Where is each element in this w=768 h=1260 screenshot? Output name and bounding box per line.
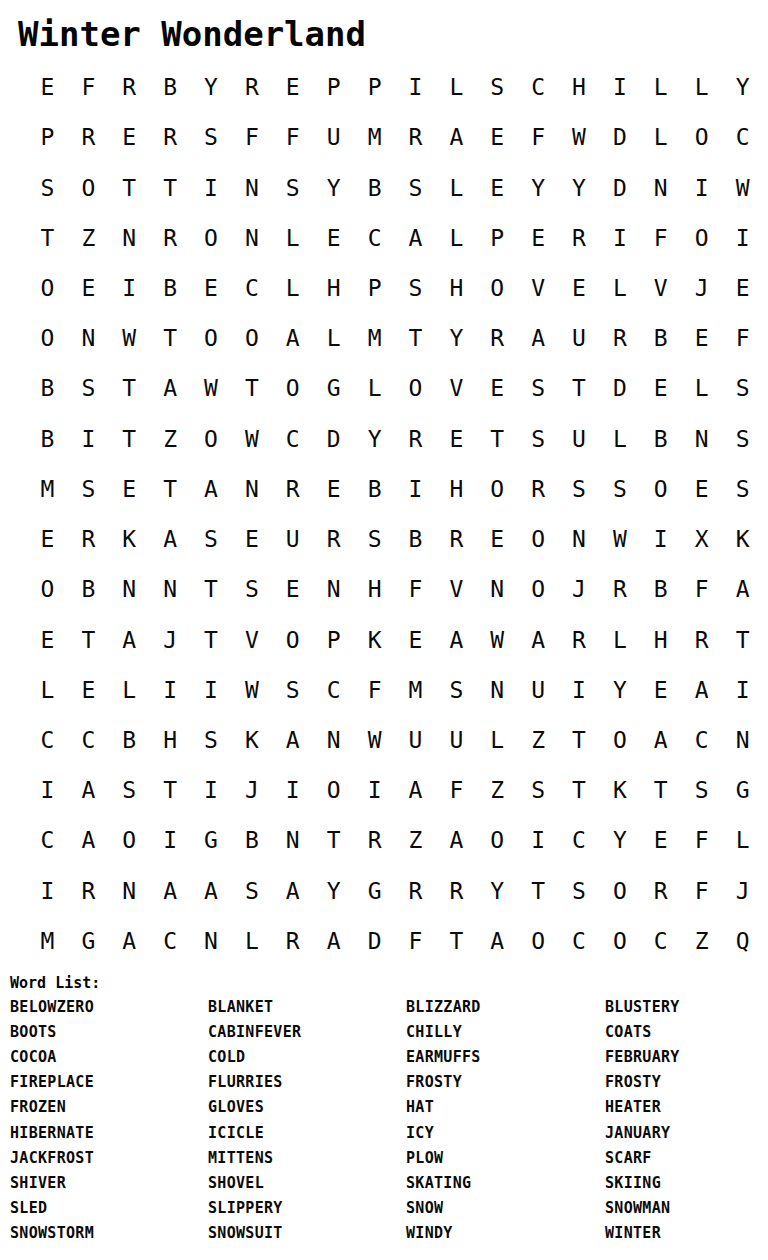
grid-cell[interactable]: L xyxy=(231,916,272,966)
grid-cell[interactable]: E xyxy=(477,363,518,413)
grid-cell[interactable]: M xyxy=(27,464,68,514)
grid-cell[interactable]: N xyxy=(150,564,191,614)
grid-cell[interactable]: T xyxy=(150,765,191,815)
grid-cell[interactable]: U xyxy=(559,414,600,464)
grid-cell[interactable]: T xyxy=(436,916,477,966)
grid-cell[interactable]: I xyxy=(722,665,763,715)
grid-cell[interactable]: C xyxy=(27,715,68,765)
grid-cell[interactable]: T xyxy=(191,564,232,614)
grid-cell[interactable]: Y xyxy=(599,815,640,865)
grid-cell[interactable]: I xyxy=(681,162,722,212)
grid-cell[interactable]: H xyxy=(640,614,681,664)
grid-cell[interactable]: O xyxy=(68,162,109,212)
grid-cell[interactable]: F xyxy=(272,112,313,162)
grid-cell[interactable]: C xyxy=(559,916,600,966)
grid-cell[interactable]: T xyxy=(722,614,763,664)
grid-cell[interactable]: N xyxy=(640,162,681,212)
grid-cell[interactable]: O xyxy=(477,464,518,514)
grid-cell[interactable]: I xyxy=(27,866,68,916)
grid-cell[interactable]: B xyxy=(27,414,68,464)
grid-cell[interactable]: A xyxy=(191,464,232,514)
grid-cell[interactable]: F xyxy=(681,564,722,614)
grid-cell[interactable]: I xyxy=(599,213,640,263)
grid-cell[interactable]: D xyxy=(599,363,640,413)
grid-cell[interactable]: A xyxy=(272,715,313,765)
grid-cell[interactable]: R xyxy=(313,514,354,564)
grid-cell[interactable]: G xyxy=(191,815,232,865)
grid-cell[interactable]: N xyxy=(272,815,313,865)
grid-cell[interactable]: B xyxy=(640,564,681,614)
grid-cell[interactable]: N xyxy=(231,213,272,263)
grid-cell[interactable]: N xyxy=(681,414,722,464)
grid-cell[interactable]: L xyxy=(477,715,518,765)
grid-cell[interactable]: K xyxy=(231,715,272,765)
grid-cell[interactable]: A xyxy=(150,514,191,564)
grid-cell[interactable]: F xyxy=(231,112,272,162)
grid-cell[interactable]: T xyxy=(231,363,272,413)
grid-cell[interactable]: A xyxy=(150,866,191,916)
grid-cell[interactable]: I xyxy=(722,213,763,263)
grid-cell[interactable]: A xyxy=(395,213,436,263)
grid-cell[interactable]: S xyxy=(559,866,600,916)
grid-cell[interactable]: T xyxy=(109,414,150,464)
grid-cell[interactable]: N xyxy=(231,162,272,212)
grid-cell[interactable]: P xyxy=(477,213,518,263)
grid-cell[interactable]: E xyxy=(477,112,518,162)
grid-cell[interactable]: E xyxy=(477,162,518,212)
grid-cell[interactable]: L xyxy=(722,815,763,865)
grid-cell[interactable]: F xyxy=(640,213,681,263)
grid-cell[interactable]: K xyxy=(109,514,150,564)
grid-cell[interactable]: E xyxy=(477,514,518,564)
grid-cell[interactable]: N xyxy=(231,464,272,514)
grid-cell[interactable]: R xyxy=(150,112,191,162)
grid-cell[interactable]: S xyxy=(518,414,559,464)
grid-cell[interactable]: H xyxy=(436,263,477,313)
grid-cell[interactable]: U xyxy=(559,313,600,363)
grid-cell[interactable]: N xyxy=(109,866,150,916)
grid-cell[interactable]: Y xyxy=(477,866,518,916)
grid-cell[interactable]: J xyxy=(150,614,191,664)
grid-cell[interactable]: F xyxy=(395,916,436,966)
grid-cell[interactable]: F xyxy=(681,866,722,916)
grid-cell[interactable]: Z xyxy=(518,715,559,765)
grid-cell[interactable]: I xyxy=(68,414,109,464)
grid-cell[interactable]: Y xyxy=(436,313,477,363)
grid-cell[interactable]: U xyxy=(272,514,313,564)
grid-cell[interactable]: R xyxy=(518,464,559,514)
grid-cell[interactable]: L xyxy=(599,263,640,313)
grid-cell[interactable]: F xyxy=(518,112,559,162)
grid-cell[interactable]: L xyxy=(272,263,313,313)
grid-cell[interactable]: O xyxy=(191,414,232,464)
grid-cell[interactable]: E xyxy=(27,62,68,112)
grid-cell[interactable]: E xyxy=(395,614,436,664)
grid-cell[interactable]: A xyxy=(109,916,150,966)
grid-cell[interactable]: O xyxy=(518,514,559,564)
grid-cell[interactable]: S xyxy=(722,363,763,413)
grid-cell[interactable]: S xyxy=(395,162,436,212)
grid-cell[interactable]: L xyxy=(436,62,477,112)
grid-cell[interactable]: N xyxy=(559,514,600,564)
grid-cell[interactable]: D xyxy=(599,162,640,212)
grid-cell[interactable]: O xyxy=(191,313,232,363)
grid-cell[interactable]: R xyxy=(681,614,722,664)
grid-cell[interactable]: E xyxy=(640,665,681,715)
grid-cell[interactable]: A xyxy=(68,815,109,865)
grid-cell[interactable]: W xyxy=(191,363,232,413)
grid-cell[interactable]: A xyxy=(68,765,109,815)
grid-cell[interactable]: T xyxy=(559,765,600,815)
grid-cell[interactable]: B xyxy=(395,514,436,564)
grid-cell[interactable]: N xyxy=(477,665,518,715)
grid-cell[interactable]: T xyxy=(640,765,681,815)
grid-cell[interactable]: O xyxy=(599,916,640,966)
grid-cell[interactable]: W xyxy=(722,162,763,212)
grid-cell[interactable]: Y xyxy=(559,162,600,212)
grid-cell[interactable]: J xyxy=(722,866,763,916)
grid-cell[interactable]: B xyxy=(640,414,681,464)
grid-cell[interactable]: E xyxy=(231,514,272,564)
grid-cell[interactable]: C xyxy=(272,414,313,464)
grid-cell[interactable]: C xyxy=(231,263,272,313)
grid-cell[interactable]: H xyxy=(436,464,477,514)
grid-cell[interactable]: O xyxy=(272,363,313,413)
grid-cell[interactable]: L xyxy=(640,112,681,162)
grid-cell[interactable]: B xyxy=(150,263,191,313)
grid-cell[interactable]: M xyxy=(354,112,395,162)
grid-cell[interactable]: T xyxy=(27,213,68,263)
grid-cell[interactable]: W xyxy=(599,514,640,564)
grid-cell[interactable]: O xyxy=(27,263,68,313)
grid-cell[interactable]: Z xyxy=(681,916,722,966)
grid-cell[interactable]: L xyxy=(436,162,477,212)
grid-cell[interactable]: I xyxy=(191,665,232,715)
grid-cell[interactable]: C xyxy=(27,815,68,865)
grid-cell[interactable]: S xyxy=(272,162,313,212)
grid-cell[interactable]: O xyxy=(518,916,559,966)
grid-cell[interactable]: A xyxy=(436,112,477,162)
grid-cell[interactable]: F xyxy=(354,665,395,715)
grid-cell[interactable]: Z xyxy=(150,414,191,464)
grid-cell[interactable]: A xyxy=(272,313,313,363)
grid-cell[interactable]: R xyxy=(109,62,150,112)
grid-cell[interactable]: S xyxy=(231,564,272,614)
grid-cell[interactable]: L xyxy=(272,213,313,263)
grid-cell[interactable]: W xyxy=(354,715,395,765)
grid-cell[interactable]: S xyxy=(559,464,600,514)
grid-cell[interactable]: L xyxy=(681,62,722,112)
grid-cell[interactable]: E xyxy=(640,363,681,413)
grid-cell[interactable]: K xyxy=(599,765,640,815)
grid-cell[interactable]: R xyxy=(68,866,109,916)
grid-cell[interactable]: T xyxy=(518,866,559,916)
grid-cell[interactable]: S xyxy=(436,665,477,715)
grid-cell[interactable]: E xyxy=(68,263,109,313)
grid-cell[interactable]: E xyxy=(27,614,68,664)
grid-cell[interactable]: B xyxy=(68,564,109,614)
grid-cell[interactable]: L xyxy=(354,363,395,413)
grid-cell[interactable]: I xyxy=(272,765,313,815)
grid-cell[interactable]: G xyxy=(722,765,763,815)
grid-cell[interactable]: A xyxy=(436,815,477,865)
grid-cell[interactable]: F xyxy=(68,62,109,112)
grid-cell[interactable]: R xyxy=(231,62,272,112)
grid-cell[interactable]: R xyxy=(559,614,600,664)
grid-cell[interactable]: N xyxy=(313,564,354,614)
grid-cell[interactable]: S xyxy=(722,464,763,514)
grid-cell[interactable]: V xyxy=(436,363,477,413)
grid-cell[interactable]: T xyxy=(150,464,191,514)
grid-cell[interactable]: U xyxy=(313,112,354,162)
grid-cell[interactable]: E xyxy=(109,112,150,162)
grid-cell[interactable]: E xyxy=(640,815,681,865)
grid-cell[interactable]: U xyxy=(518,665,559,715)
grid-cell[interactable]: O xyxy=(313,765,354,815)
grid-cell[interactable]: Y xyxy=(599,665,640,715)
grid-cell[interactable]: O xyxy=(272,614,313,664)
grid-cell[interactable]: S xyxy=(681,765,722,815)
grid-cell[interactable]: P xyxy=(313,62,354,112)
grid-cell[interactable]: Z xyxy=(395,815,436,865)
grid-cell[interactable]: B xyxy=(354,464,395,514)
grid-cell[interactable]: E xyxy=(722,263,763,313)
grid-cell[interactable]: O xyxy=(477,263,518,313)
grid-cell[interactable]: L xyxy=(313,313,354,363)
grid-cell[interactable]: O xyxy=(27,313,68,363)
grid-cell[interactable]: K xyxy=(722,514,763,564)
grid-cell[interactable]: R xyxy=(599,313,640,363)
grid-cell[interactable]: R xyxy=(395,866,436,916)
grid-cell[interactable]: O xyxy=(681,213,722,263)
grid-cell[interactable]: D xyxy=(354,916,395,966)
grid-cell[interactable]: T xyxy=(313,815,354,865)
grid-cell[interactable]: Y xyxy=(191,62,232,112)
grid-cell[interactable]: T xyxy=(68,614,109,664)
grid-cell[interactable]: R xyxy=(354,815,395,865)
grid-cell[interactable]: L xyxy=(599,414,640,464)
grid-cell[interactable]: A xyxy=(681,665,722,715)
grid-cell[interactable]: F xyxy=(395,564,436,614)
grid-cell[interactable]: R xyxy=(395,112,436,162)
grid-cell[interactable]: H xyxy=(354,564,395,614)
grid-cell[interactable]: I xyxy=(395,464,436,514)
grid-cell[interactable]: Y xyxy=(313,866,354,916)
grid-cell[interactable]: A xyxy=(518,313,559,363)
grid-cell[interactable]: C xyxy=(681,715,722,765)
grid-cell[interactable]: C xyxy=(518,62,559,112)
grid-cell[interactable]: S xyxy=(191,715,232,765)
grid-cell[interactable]: R xyxy=(272,464,313,514)
grid-cell[interactable]: S xyxy=(191,514,232,564)
grid-cell[interactable]: S xyxy=(27,162,68,212)
grid-cell[interactable]: H xyxy=(150,715,191,765)
grid-cell[interactable]: T xyxy=(559,715,600,765)
grid-cell[interactable]: C xyxy=(559,815,600,865)
grid-cell[interactable]: M xyxy=(354,313,395,363)
grid-cell[interactable]: M xyxy=(27,916,68,966)
grid-cell[interactable]: E xyxy=(109,464,150,514)
grid-cell[interactable]: T xyxy=(395,313,436,363)
grid-cell[interactable]: S xyxy=(191,112,232,162)
grid-cell[interactable]: T xyxy=(109,162,150,212)
grid-cell[interactable]: S xyxy=(477,62,518,112)
grid-cell[interactable]: N xyxy=(477,564,518,614)
grid-cell[interactable]: M xyxy=(395,665,436,715)
grid-cell[interactable]: R xyxy=(599,564,640,614)
grid-cell[interactable]: L xyxy=(27,665,68,715)
grid-cell[interactable]: N xyxy=(109,213,150,263)
grid-cell[interactable]: L xyxy=(109,665,150,715)
grid-cell[interactable]: W xyxy=(109,313,150,363)
grid-cell[interactable]: S xyxy=(272,665,313,715)
grid-cell[interactable]: R xyxy=(68,112,109,162)
grid-cell[interactable]: S xyxy=(722,414,763,464)
grid-cell[interactable]: L xyxy=(640,62,681,112)
grid-cell[interactable]: E xyxy=(27,514,68,564)
grid-cell[interactable]: S xyxy=(518,363,559,413)
grid-cell[interactable]: I xyxy=(640,514,681,564)
grid-cell[interactable]: V xyxy=(231,614,272,664)
grid-cell[interactable]: O xyxy=(599,715,640,765)
grid-cell[interactable]: T xyxy=(150,162,191,212)
grid-cell[interactable]: X xyxy=(681,514,722,564)
grid-cell[interactable]: E xyxy=(191,263,232,313)
grid-cell[interactable]: I xyxy=(518,815,559,865)
grid-cell[interactable]: Q xyxy=(722,916,763,966)
grid-cell[interactable]: E xyxy=(68,665,109,715)
grid-cell[interactable]: I xyxy=(354,765,395,815)
grid-cell[interactable]: N xyxy=(191,916,232,966)
grid-cell[interactable]: G xyxy=(313,363,354,413)
grid-cell[interactable]: A xyxy=(272,866,313,916)
grid-cell[interactable]: V xyxy=(436,564,477,614)
grid-cell[interactable]: C xyxy=(640,916,681,966)
grid-cell[interactable]: R xyxy=(150,213,191,263)
grid-cell[interactable]: O xyxy=(518,564,559,614)
grid-cell[interactable]: B xyxy=(109,715,150,765)
grid-cell[interactable]: R xyxy=(68,514,109,564)
grid-cell[interactable]: O xyxy=(477,815,518,865)
grid-cell[interactable]: N xyxy=(109,564,150,614)
grid-cell[interactable]: A xyxy=(436,614,477,664)
grid-cell[interactable]: P xyxy=(313,614,354,664)
grid-cell[interactable]: E xyxy=(272,62,313,112)
grid-cell[interactable]: A xyxy=(313,916,354,966)
grid-cell[interactable]: A xyxy=(191,866,232,916)
grid-cell[interactable]: A xyxy=(150,363,191,413)
grid-cell[interactable]: W xyxy=(559,112,600,162)
grid-cell[interactable]: I xyxy=(559,665,600,715)
grid-cell[interactable]: K xyxy=(354,614,395,664)
grid-cell[interactable]: V xyxy=(640,263,681,313)
grid-cell[interactable]: F xyxy=(436,765,477,815)
grid-cell[interactable]: I xyxy=(150,665,191,715)
grid-cell[interactable]: G xyxy=(354,866,395,916)
grid-cell[interactable]: N xyxy=(722,715,763,765)
grid-cell[interactable]: J xyxy=(231,765,272,815)
grid-cell[interactable]: L xyxy=(599,614,640,664)
grid-cell[interactable]: E xyxy=(436,414,477,464)
grid-cell[interactable]: O xyxy=(640,464,681,514)
grid-cell[interactable]: B xyxy=(231,815,272,865)
grid-cell[interactable]: P xyxy=(354,62,395,112)
grid-cell[interactable]: T xyxy=(191,614,232,664)
grid-cell[interactable]: E xyxy=(313,213,354,263)
grid-cell[interactable]: Z xyxy=(477,765,518,815)
grid-cell[interactable]: S xyxy=(68,464,109,514)
grid-cell[interactable]: C xyxy=(313,665,354,715)
grid-cell[interactable]: J xyxy=(681,263,722,313)
grid-cell[interactable]: G xyxy=(68,916,109,966)
grid-cell[interactable]: C xyxy=(150,916,191,966)
grid-cell[interactable]: I xyxy=(395,62,436,112)
grid-cell[interactable]: N xyxy=(68,313,109,363)
grid-cell[interactable]: B xyxy=(354,162,395,212)
grid-cell[interactable]: R xyxy=(559,213,600,263)
grid-cell[interactable]: B xyxy=(150,62,191,112)
grid-cell[interactable]: I xyxy=(27,765,68,815)
grid-cell[interactable]: R xyxy=(395,414,436,464)
grid-cell[interactable]: H xyxy=(313,263,354,313)
grid-cell[interactable]: B xyxy=(27,363,68,413)
grid-cell[interactable]: N xyxy=(313,715,354,765)
grid-cell[interactable]: I xyxy=(109,263,150,313)
grid-cell[interactable]: O xyxy=(681,112,722,162)
grid-cell[interactable]: L xyxy=(681,363,722,413)
grid-cell[interactable]: C xyxy=(354,213,395,263)
grid-cell[interactable]: S xyxy=(599,464,640,514)
grid-cell[interactable]: P xyxy=(354,263,395,313)
grid-cell[interactable]: E xyxy=(681,313,722,363)
grid-cell[interactable]: O xyxy=(109,815,150,865)
grid-cell[interactable]: I xyxy=(191,162,232,212)
grid-cell[interactable]: Z xyxy=(68,213,109,263)
grid-cell[interactable]: R xyxy=(477,313,518,363)
grid-cell[interactable]: O xyxy=(231,313,272,363)
grid-cell[interactable]: S xyxy=(518,765,559,815)
grid-cell[interactable]: C xyxy=(68,715,109,765)
grid-cell[interactable]: A xyxy=(640,715,681,765)
grid-cell[interactable]: P xyxy=(27,112,68,162)
grid-cell[interactable]: T xyxy=(109,363,150,413)
grid-cell[interactable]: D xyxy=(599,112,640,162)
grid-cell[interactable]: Y xyxy=(722,62,763,112)
grid-cell[interactable]: S xyxy=(354,514,395,564)
grid-cell[interactable]: S xyxy=(68,363,109,413)
grid-cell[interactable]: O xyxy=(27,564,68,614)
grid-cell[interactable]: F xyxy=(722,313,763,363)
grid-cell[interactable]: L xyxy=(436,213,477,263)
grid-cell[interactable]: A xyxy=(395,765,436,815)
grid-cell[interactable]: A xyxy=(109,614,150,664)
grid-cell[interactable]: O xyxy=(599,866,640,916)
grid-cell[interactable]: U xyxy=(436,715,477,765)
grid-cell[interactable]: S xyxy=(109,765,150,815)
grid-cell[interactable]: W xyxy=(477,614,518,664)
grid-cell[interactable]: R xyxy=(640,866,681,916)
grid-cell[interactable]: E xyxy=(313,464,354,514)
grid-cell[interactable]: E xyxy=(559,263,600,313)
grid-cell[interactable]: I xyxy=(599,62,640,112)
grid-cell[interactable]: O xyxy=(395,363,436,413)
grid-cell[interactable]: D xyxy=(313,414,354,464)
grid-cell[interactable]: I xyxy=(150,815,191,865)
grid-cell[interactable]: R xyxy=(436,514,477,564)
grid-cell[interactable]: W xyxy=(231,665,272,715)
grid-cell[interactable]: C xyxy=(722,112,763,162)
grid-cell[interactable]: T xyxy=(559,363,600,413)
